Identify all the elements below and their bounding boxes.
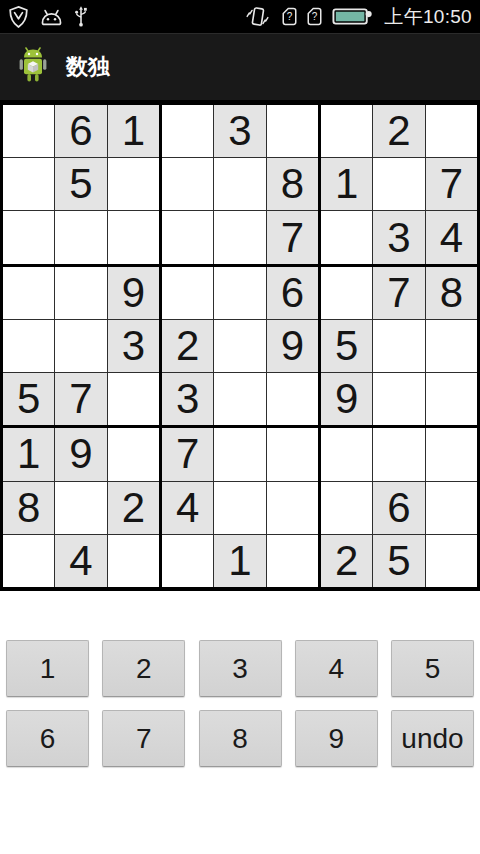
cell-r7c8[interactable] [373, 428, 424, 480]
key-3[interactable]: 3 [199, 640, 282, 697]
cell-r3c5[interactable] [214, 211, 265, 263]
box-2: 387 [162, 105, 318, 264]
cell-r6c3[interactable] [108, 373, 159, 425]
box-5: 6293 [162, 267, 318, 426]
cell-r9c9[interactable] [426, 535, 477, 587]
cell-r9c5[interactable]: 1 [214, 535, 265, 587]
status-time: 上午10:50 [382, 4, 472, 30]
cell-r7c5[interactable] [214, 428, 265, 480]
key-9[interactable]: 9 [295, 710, 378, 767]
cell-r6c6[interactable] [267, 373, 318, 425]
cell-r2c4[interactable] [162, 158, 213, 210]
key-6[interactable]: 6 [6, 710, 89, 767]
app-icon [15, 47, 51, 87]
cell-r5c8[interactable] [373, 320, 424, 372]
cell-r3c9[interactable]: 4 [426, 211, 477, 263]
key-8[interactable]: 8 [199, 710, 282, 767]
cell-r4c2[interactable] [55, 267, 106, 319]
cell-r8c9[interactable] [426, 482, 477, 534]
cell-r7c6[interactable] [267, 428, 318, 480]
key-1[interactable]: 1 [6, 640, 89, 697]
cell-r7c7[interactable] [321, 428, 372, 480]
cell-r5c9[interactable] [426, 320, 477, 372]
cell-r5c4[interactable]: 2 [162, 320, 213, 372]
box-6: 7859 [321, 267, 477, 426]
cell-r9c1[interactable] [3, 535, 54, 587]
cell-r6c9[interactable] [426, 373, 477, 425]
sudoku-board: 6153872173493576293785919824741625 [0, 100, 480, 591]
cell-r1c4[interactable] [162, 105, 213, 157]
box-4: 9357 [3, 267, 159, 426]
cell-r5c3[interactable]: 3 [108, 320, 159, 372]
keypad: 1 2 3 4 5 6 7 8 9 undo [0, 640, 480, 767]
cell-r4c6[interactable]: 6 [267, 267, 318, 319]
cell-r8c1[interactable]: 8 [3, 482, 54, 534]
cell-r9c3[interactable] [108, 535, 159, 587]
cell-r7c9[interactable] [426, 428, 477, 480]
cell-r8c2[interactable] [55, 482, 106, 534]
cell-r3c7[interactable] [321, 211, 372, 263]
cell-r5c7[interactable]: 5 [321, 320, 372, 372]
cell-r2c6[interactable]: 8 [267, 158, 318, 210]
cell-r1c9[interactable] [426, 105, 477, 157]
cell-r4c8[interactable]: 7 [373, 267, 424, 319]
cell-r3c8[interactable]: 3 [373, 211, 424, 263]
cell-r3c2[interactable] [55, 211, 106, 263]
cell-r1c8[interactable]: 2 [373, 105, 424, 157]
cell-r1c1[interactable] [3, 105, 54, 157]
key-7[interactable]: 7 [102, 710, 185, 767]
cell-r4c3[interactable]: 9 [108, 267, 159, 319]
cell-r2c9[interactable]: 7 [426, 158, 477, 210]
keypad-row-2: 6 7 8 9 undo [6, 710, 474, 767]
cell-r4c4[interactable] [162, 267, 213, 319]
android-debug-icon [39, 7, 64, 26]
cell-r5c5[interactable] [214, 320, 265, 372]
status-right-icons: ? ? 上午10:50 [243, 4, 472, 30]
cell-r6c7[interactable]: 9 [321, 373, 372, 425]
box-7: 19824 [3, 428, 159, 587]
cell-r6c8[interactable] [373, 373, 424, 425]
cell-r7c3[interactable] [108, 428, 159, 480]
cell-r9c6[interactable] [267, 535, 318, 587]
keypad-row-1: 1 2 3 4 5 [6, 640, 474, 697]
cell-r7c4[interactable]: 7 [162, 428, 213, 480]
key-5[interactable]: 5 [391, 640, 474, 697]
cell-r8c3[interactable]: 2 [108, 482, 159, 534]
undo-button[interactable]: undo [391, 710, 474, 767]
cell-r8c5[interactable] [214, 482, 265, 534]
cell-r1c6[interactable] [267, 105, 318, 157]
cell-r4c9[interactable]: 8 [426, 267, 477, 319]
status-bar[interactable]: ? ? 上午10:50 [0, 0, 480, 33]
cell-r2c5[interactable] [214, 158, 265, 210]
cell-r8c7[interactable] [321, 482, 372, 534]
svg-text:?: ? [287, 11, 293, 22]
cell-r6c4[interactable]: 3 [162, 373, 213, 425]
cell-r4c1[interactable] [3, 267, 54, 319]
screen: ? ? 上午10:50 [0, 0, 480, 854]
cell-r9c2[interactable]: 4 [55, 535, 106, 587]
cell-r4c5[interactable] [214, 267, 265, 319]
cell-r5c6[interactable]: 9 [267, 320, 318, 372]
usb-icon [74, 5, 88, 29]
cell-r2c8[interactable] [373, 158, 424, 210]
sim-question-icon: ? [307, 7, 322, 26]
cell-r1c2[interactable]: 6 [55, 105, 106, 157]
cell-r2c7[interactable]: 1 [321, 158, 372, 210]
cell-r5c1[interactable] [3, 320, 54, 372]
cell-r9c4[interactable] [162, 535, 213, 587]
cell-r6c1[interactable]: 5 [3, 373, 54, 425]
box-1: 615 [3, 105, 159, 264]
cell-r1c5[interactable]: 3 [214, 105, 265, 157]
cell-r2c3[interactable] [108, 158, 159, 210]
cell-r6c2[interactable]: 7 [55, 373, 106, 425]
cell-r7c1[interactable]: 1 [3, 428, 54, 480]
cell-r2c2[interactable]: 5 [55, 158, 106, 210]
cell-r8c6[interactable] [267, 482, 318, 534]
title-bar: 数独 [0, 33, 480, 100]
cell-r1c7[interactable] [321, 105, 372, 157]
cell-r5c2[interactable] [55, 320, 106, 372]
status-left-icons [8, 5, 88, 29]
box-8: 741 [162, 428, 318, 587]
cell-r6c5[interactable] [214, 373, 265, 425]
battery-icon [332, 6, 372, 27]
sim-question-icon: ? [282, 7, 297, 26]
cell-r3c4[interactable] [162, 211, 213, 263]
box-3: 21734 [321, 105, 477, 264]
cell-r2c1[interactable] [3, 158, 54, 210]
app-title: 数独 [66, 52, 110, 82]
key-4[interactable]: 4 [295, 640, 378, 697]
cell-r7c2[interactable]: 9 [55, 428, 106, 480]
svg-text:?: ? [312, 11, 318, 22]
shield-check-icon [8, 5, 29, 29]
cell-r3c6[interactable]: 7 [267, 211, 318, 263]
cell-r9c7[interactable]: 2 [321, 535, 372, 587]
box-9: 625 [321, 428, 477, 587]
cell-r4c7[interactable] [321, 267, 372, 319]
vibrate-icon [243, 6, 272, 28]
cell-r9c8[interactable]: 5 [373, 535, 424, 587]
key-2[interactable]: 2 [102, 640, 185, 697]
cell-r3c3[interactable] [108, 211, 159, 263]
cell-r3c1[interactable] [3, 211, 54, 263]
cell-r8c8[interactable]: 6 [373, 482, 424, 534]
cell-r8c4[interactable]: 4 [162, 482, 213, 534]
cell-r1c3[interactable]: 1 [108, 105, 159, 157]
